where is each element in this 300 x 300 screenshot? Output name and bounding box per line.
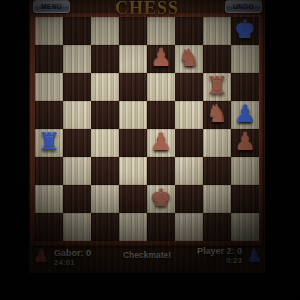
square-c8[interactable] <box>91 17 119 45</box>
square-b1[interactable] <box>63 213 91 241</box>
square-e2[interactable]: ♚ <box>147 185 175 213</box>
square-f5[interactable] <box>175 101 203 129</box>
square-c7[interactable] <box>91 45 119 73</box>
square-e8[interactable] <box>147 17 175 45</box>
red-rook-g6[interactable]: ♜ <box>203 73 231 101</box>
square-a8[interactable] <box>35 17 63 45</box>
square-e1[interactable] <box>147 213 175 241</box>
square-c6[interactable] <box>91 73 119 101</box>
square-h7[interactable] <box>231 45 259 73</box>
square-a6[interactable] <box>35 73 63 101</box>
photo-of-screen: MENU CHESS UNDO ♚♟♞♜♞♟♜♟♟♚ ♟ Gabor: 0 24… <box>0 0 300 300</box>
square-c1[interactable] <box>91 213 119 241</box>
square-d5[interactable] <box>119 101 147 129</box>
game-status-message: Checkmate! <box>123 250 171 260</box>
square-g7[interactable] <box>203 45 231 73</box>
square-h6[interactable] <box>231 73 259 101</box>
blue-pawn-icon: ♟ <box>245 246 263 266</box>
square-c3[interactable] <box>91 157 119 185</box>
square-h1[interactable] <box>231 213 259 241</box>
red-knight-g5[interactable]: ♞ <box>203 101 231 129</box>
square-a2[interactable] <box>35 185 63 213</box>
square-g5[interactable]: ♞ <box>203 101 231 129</box>
square-b6[interactable] <box>63 73 91 101</box>
player2-panel: Player 2: 0 0:23 ♟ <box>197 246 263 266</box>
square-d6[interactable] <box>119 73 147 101</box>
red-pawn-icon: ♟ <box>32 246 50 266</box>
square-f8[interactable] <box>175 17 203 45</box>
square-g2[interactable] <box>203 185 231 213</box>
square-b4[interactable] <box>63 129 91 157</box>
square-e3[interactable] <box>147 157 175 185</box>
red-pawn-h4[interactable]: ♟ <box>231 129 259 157</box>
square-c5[interactable] <box>91 101 119 129</box>
player1-panel: ♟ Gabor: 0 24:01 <box>32 246 91 267</box>
red-knight-f7[interactable]: ♞ <box>175 45 203 73</box>
undo-button[interactable]: UNDO <box>225 0 262 13</box>
red-king-e2[interactable]: ♚ <box>147 185 175 213</box>
square-d4[interactable] <box>119 129 147 157</box>
red-pawn-e4[interactable]: ♟ <box>147 129 175 157</box>
square-d1[interactable] <box>119 213 147 241</box>
square-d3[interactable] <box>119 157 147 185</box>
square-g8[interactable] <box>203 17 231 45</box>
square-g4[interactable] <box>203 129 231 157</box>
square-f3[interactable] <box>175 157 203 185</box>
square-h3[interactable] <box>231 157 259 185</box>
square-g3[interactable] <box>203 157 231 185</box>
square-f1[interactable] <box>175 213 203 241</box>
square-b7[interactable] <box>63 45 91 73</box>
square-e6[interactable] <box>147 73 175 101</box>
square-d7[interactable] <box>119 45 147 73</box>
square-g6[interactable]: ♜ <box>203 73 231 101</box>
player2-score: Player 2: 0 <box>197 246 242 256</box>
square-b3[interactable] <box>63 157 91 185</box>
chess-app-screen: MENU CHESS UNDO ♚♟♞♜♞♟♜♟♟♚ ♟ Gabor: 0 24… <box>29 0 265 273</box>
blue-rook-a4[interactable]: ♜ <box>35 129 63 157</box>
square-a1[interactable] <box>35 213 63 241</box>
player1-clock: 24:01 <box>54 258 91 267</box>
board: ♚♟♞♜♞♟♜♟♟♚ <box>35 17 259 241</box>
board-frame: ♚♟♞♜♞♟♜♟♟♚ <box>30 12 263 246</box>
square-a3[interactable] <box>35 157 63 185</box>
square-e4[interactable]: ♟ <box>147 129 175 157</box>
player2-clock: 0:23 <box>226 256 242 265</box>
square-a5[interactable] <box>35 101 63 129</box>
square-d8[interactable] <box>119 17 147 45</box>
square-d2[interactable] <box>119 185 147 213</box>
red-pawn-e7[interactable]: ♟ <box>147 45 175 73</box>
square-b8[interactable] <box>63 17 91 45</box>
square-f7[interactable]: ♞ <box>175 45 203 73</box>
square-f2[interactable] <box>175 185 203 213</box>
square-c2[interactable] <box>91 185 119 213</box>
square-a7[interactable] <box>35 45 63 73</box>
status-bar: ♟ Gabor: 0 24:01 Checkmate! Player 2: 0 … <box>29 246 265 273</box>
player1-score: Gabor: 0 <box>54 246 91 258</box>
square-f6[interactable] <box>175 73 203 101</box>
blue-king-h8[interactable]: ♚ <box>231 17 259 45</box>
square-e7[interactable]: ♟ <box>147 45 175 73</box>
square-a4[interactable]: ♜ <box>35 129 63 157</box>
square-b5[interactable] <box>63 101 91 129</box>
blue-pawn-h5[interactable]: ♟ <box>231 101 259 129</box>
square-h5[interactable]: ♟ <box>231 101 259 129</box>
square-h4[interactable]: ♟ <box>231 129 259 157</box>
square-h2[interactable] <box>231 185 259 213</box>
square-f4[interactable] <box>175 129 203 157</box>
square-g1[interactable] <box>203 213 231 241</box>
header: MENU CHESS UNDO <box>29 0 265 17</box>
square-h8[interactable]: ♚ <box>231 17 259 45</box>
square-e5[interactable] <box>147 101 175 129</box>
square-c4[interactable] <box>91 129 119 157</box>
square-b2[interactable] <box>63 185 91 213</box>
